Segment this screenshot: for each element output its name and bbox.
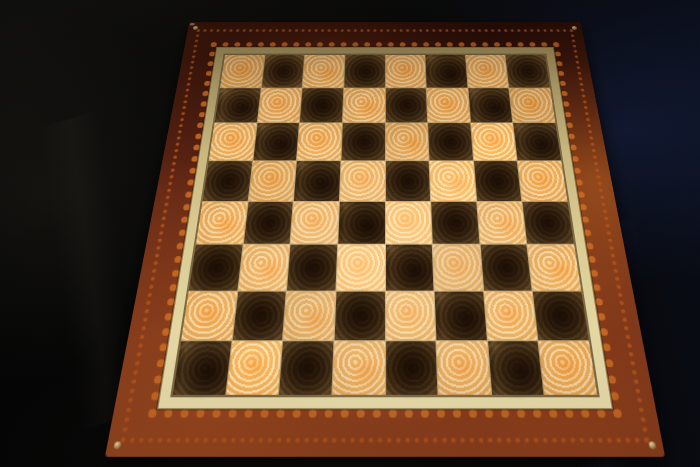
square-a5[interactable] — [203, 161, 252, 200]
square-e3[interactable] — [385, 245, 433, 291]
square-f4[interactable] — [431, 201, 479, 243]
square-h3[interactable] — [528, 245, 581, 291]
square-g4[interactable] — [477, 201, 527, 243]
square-h8[interactable] — [506, 55, 550, 87]
square-d3[interactable] — [336, 245, 384, 291]
square-c1[interactable] — [279, 342, 333, 395]
square-a4[interactable] — [196, 201, 247, 243]
square-f2[interactable] — [435, 291, 487, 340]
square-e1[interactable] — [386, 342, 438, 395]
square-e5[interactable] — [385, 161, 430, 200]
square-h1[interactable] — [539, 342, 597, 395]
square-d5[interactable] — [340, 161, 385, 200]
chessboard — [145, 0, 625, 441]
square-b7[interactable] — [257, 88, 301, 123]
square-d6[interactable] — [341, 123, 384, 160]
corner-tack — [572, 26, 578, 30]
square-d8[interactable] — [344, 55, 384, 87]
square-d2[interactable] — [334, 291, 384, 340]
square-b4[interactable] — [243, 201, 293, 243]
square-a2[interactable] — [181, 291, 237, 340]
square-c6[interactable] — [297, 123, 342, 160]
square-g2[interactable] — [484, 291, 538, 340]
square-e6[interactable] — [385, 123, 428, 160]
square-b2[interactable] — [232, 291, 286, 340]
square-a3[interactable] — [189, 245, 242, 291]
square-a6[interactable] — [209, 123, 257, 160]
square-f6[interactable] — [428, 123, 473, 160]
square-c7[interactable] — [300, 88, 343, 123]
square-e2[interactable] — [386, 291, 436, 340]
square-g1[interactable] — [488, 342, 544, 395]
square-a1[interactable] — [173, 342, 231, 395]
square-g6[interactable] — [471, 123, 517, 160]
square-h5[interactable] — [518, 161, 567, 200]
square-b5[interactable] — [248, 161, 296, 200]
square-e8[interactable] — [385, 55, 425, 87]
square-d4[interactable] — [338, 201, 384, 243]
square-f1[interactable] — [437, 342, 491, 395]
square-d7[interactable] — [343, 88, 385, 123]
square-e7[interactable] — [385, 88, 427, 123]
square-d1[interactable] — [332, 342, 384, 395]
square-a8[interactable] — [220, 55, 264, 87]
square-c2[interactable] — [283, 291, 335, 340]
square-b8[interactable] — [261, 55, 304, 87]
square-e4[interactable] — [385, 201, 431, 243]
corner-scuff-mark — [190, 23, 195, 26]
square-b1[interactable] — [226, 342, 282, 395]
square-g7[interactable] — [468, 88, 512, 123]
square-h2[interactable] — [533, 291, 589, 340]
square-f3[interactable] — [433, 245, 483, 291]
square-h4[interactable] — [523, 201, 574, 243]
square-f5[interactable] — [430, 161, 476, 200]
board-plane — [105, 22, 665, 457]
square-f8[interactable] — [426, 55, 468, 87]
square-b3[interactable] — [238, 245, 290, 291]
square-g3[interactable] — [480, 245, 532, 291]
square-a7[interactable] — [215, 88, 261, 123]
square-h6[interactable] — [514, 123, 562, 160]
square-g8[interactable] — [466, 55, 509, 87]
square-c8[interactable] — [303, 55, 345, 87]
square-f7[interactable] — [427, 88, 470, 123]
square-b6[interactable] — [253, 123, 299, 160]
square-g5[interactable] — [474, 161, 522, 200]
square-h7[interactable] — [510, 88, 556, 123]
square-c4[interactable] — [291, 201, 339, 243]
board-grid — [170, 54, 600, 398]
square-c5[interactable] — [294, 161, 340, 200]
square-c3[interactable] — [287, 245, 337, 291]
